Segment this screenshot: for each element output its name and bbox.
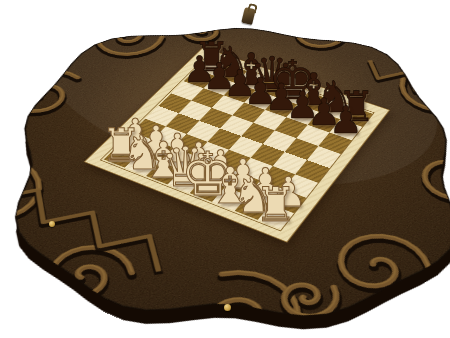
brass-pin-icon [224,304,231,311]
brass-pin-icon [49,221,55,227]
piece-black-pawn-h7[interactable]: ♟ [329,102,363,140]
piece-white-rook-h1[interactable]: ♜ [255,182,297,229]
photo-canvas: ♜♞♝♛♚♝♞♜♟♟♟♟♟♟♟♟♟♟♟♟♟♟♟♟♜♞♝♛♚♝♞♜ [0,0,450,338]
